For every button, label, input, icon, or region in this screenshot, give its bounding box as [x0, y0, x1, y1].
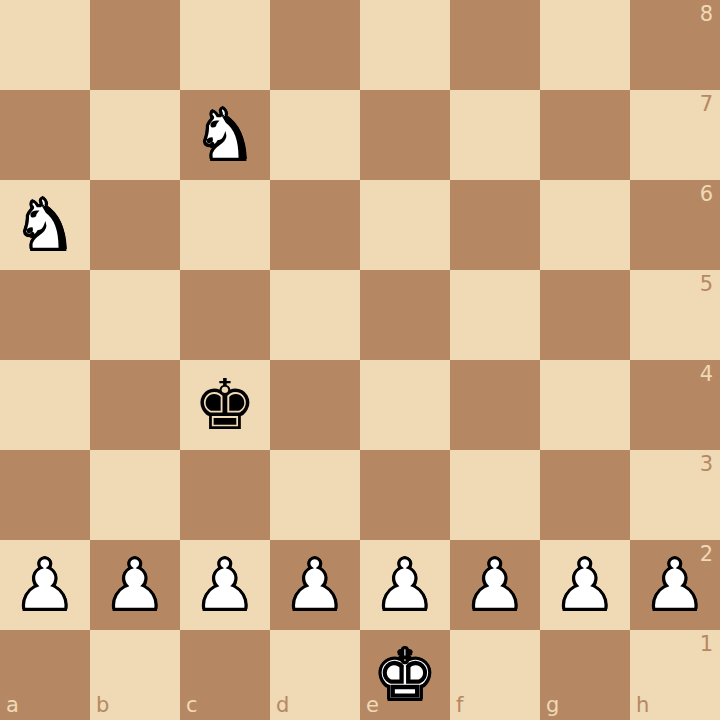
square-c6[interactable]	[180, 180, 270, 270]
square-h1[interactable]: h1	[630, 630, 720, 720]
white-pawn-e2[interactable]: ♟	[374, 550, 437, 620]
white-king-e1[interactable]: ♚	[374, 640, 437, 710]
rank-label-8: 8	[700, 4, 713, 25]
square-e4[interactable]	[360, 360, 450, 450]
square-f6[interactable]	[450, 180, 540, 270]
square-g8[interactable]	[540, 0, 630, 90]
chess-board: 8♞7♞65♚43♟♟♟♟♟♟♟2♟abcde♚fgh1	[0, 0, 720, 720]
square-h2[interactable]: 2♟	[630, 540, 720, 630]
square-c5[interactable]	[180, 270, 270, 360]
square-b1[interactable]: b	[90, 630, 180, 720]
square-f7[interactable]	[450, 90, 540, 180]
square-f3[interactable]	[450, 450, 540, 540]
file-label-f: f	[456, 695, 463, 716]
square-h8[interactable]: 8	[630, 0, 720, 90]
square-f8[interactable]	[450, 0, 540, 90]
square-g1[interactable]: g	[540, 630, 630, 720]
square-b5[interactable]	[90, 270, 180, 360]
square-c3[interactable]	[180, 450, 270, 540]
square-b8[interactable]	[90, 0, 180, 90]
square-e3[interactable]	[360, 450, 450, 540]
square-h7[interactable]: 7	[630, 90, 720, 180]
square-b2[interactable]: ♟	[90, 540, 180, 630]
black-king-c4[interactable]: ♚	[194, 370, 257, 440]
square-b6[interactable]	[90, 180, 180, 270]
file-label-g: g	[546, 695, 559, 716]
rank-label-6: 6	[700, 184, 713, 205]
square-d2[interactable]: ♟	[270, 540, 360, 630]
file-label-b: b	[96, 695, 109, 716]
square-a7[interactable]	[0, 90, 90, 180]
square-e1[interactable]: e♚	[360, 630, 450, 720]
square-f4[interactable]	[450, 360, 540, 450]
square-e5[interactable]	[360, 270, 450, 360]
square-e8[interactable]	[360, 0, 450, 90]
square-a3[interactable]	[0, 450, 90, 540]
square-b7[interactable]	[90, 90, 180, 180]
square-d4[interactable]	[270, 360, 360, 450]
rank-label-3: 3	[700, 454, 713, 475]
square-d6[interactable]	[270, 180, 360, 270]
rank-label-4: 4	[700, 364, 713, 385]
square-g2[interactable]: ♟	[540, 540, 630, 630]
square-g6[interactable]	[540, 180, 630, 270]
square-e2[interactable]: ♟	[360, 540, 450, 630]
file-label-d: d	[276, 695, 289, 716]
square-h5[interactable]: 5	[630, 270, 720, 360]
square-f5[interactable]	[450, 270, 540, 360]
rank-label-7: 7	[700, 94, 713, 115]
white-pawn-c2[interactable]: ♟	[194, 550, 257, 620]
square-c8[interactable]	[180, 0, 270, 90]
white-pawn-f2[interactable]: ♟	[464, 550, 527, 620]
white-pawn-b2[interactable]: ♟	[104, 550, 167, 620]
square-c2[interactable]: ♟	[180, 540, 270, 630]
file-label-c: c	[186, 695, 198, 716]
square-d3[interactable]	[270, 450, 360, 540]
white-knight-a6[interactable]: ♞	[14, 190, 77, 260]
rank-label-5: 5	[700, 274, 713, 295]
file-label-a: a	[6, 695, 19, 716]
square-a8[interactable]	[0, 0, 90, 90]
white-pawn-d2[interactable]: ♟	[284, 550, 347, 620]
square-d8[interactable]	[270, 0, 360, 90]
square-e7[interactable]	[360, 90, 450, 180]
square-f2[interactable]: ♟	[450, 540, 540, 630]
square-h3[interactable]: 3	[630, 450, 720, 540]
square-h6[interactable]: 6	[630, 180, 720, 270]
square-e6[interactable]	[360, 180, 450, 270]
square-a6[interactable]: ♞	[0, 180, 90, 270]
square-b4[interactable]	[90, 360, 180, 450]
square-d7[interactable]	[270, 90, 360, 180]
square-c7[interactable]: ♞	[180, 90, 270, 180]
white-pawn-a2[interactable]: ♟	[14, 550, 77, 620]
square-b3[interactable]	[90, 450, 180, 540]
square-f1[interactable]: f	[450, 630, 540, 720]
square-a1[interactable]: a	[0, 630, 90, 720]
square-c4[interactable]: ♚	[180, 360, 270, 450]
file-label-h: h	[636, 695, 649, 716]
rank-label-1: 1	[700, 634, 713, 655]
square-d5[interactable]	[270, 270, 360, 360]
square-d1[interactable]: d	[270, 630, 360, 720]
square-c1[interactable]: c	[180, 630, 270, 720]
square-a4[interactable]	[0, 360, 90, 450]
square-h4[interactable]: 4	[630, 360, 720, 450]
white-knight-c7[interactable]: ♞	[194, 100, 257, 170]
square-g3[interactable]	[540, 450, 630, 540]
square-a2[interactable]: ♟	[0, 540, 90, 630]
square-g7[interactable]	[540, 90, 630, 180]
square-g5[interactable]	[540, 270, 630, 360]
white-pawn-g2[interactable]: ♟	[554, 550, 617, 620]
square-g4[interactable]	[540, 360, 630, 450]
square-a5[interactable]	[0, 270, 90, 360]
white-pawn-h2[interactable]: ♟	[644, 550, 707, 620]
